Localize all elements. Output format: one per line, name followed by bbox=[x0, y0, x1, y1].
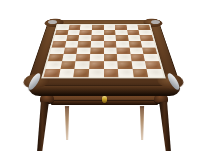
square-f4 bbox=[116, 47, 130, 54]
square-e3 bbox=[104, 54, 118, 61]
chrome-corner-accent-back-left bbox=[48, 20, 57, 24]
square-c4 bbox=[77, 47, 91, 54]
square-h1 bbox=[147, 69, 164, 77]
table-back-leg-left bbox=[64, 106, 70, 140]
square-h4 bbox=[142, 47, 157, 54]
square-c2 bbox=[75, 61, 90, 69]
square-d2 bbox=[89, 61, 103, 69]
square-c1 bbox=[73, 69, 89, 77]
front-right-leg bbox=[158, 102, 172, 151]
drawer-pull bbox=[102, 96, 107, 103]
square-b2 bbox=[60, 61, 76, 69]
square-d4 bbox=[90, 47, 103, 54]
front-left-leg bbox=[36, 102, 50, 151]
square-f3 bbox=[117, 54, 131, 61]
square-h3 bbox=[144, 54, 159, 61]
product-photo-background bbox=[0, 0, 208, 156]
square-e1 bbox=[104, 69, 119, 77]
square-d3 bbox=[90, 54, 104, 61]
tabletop bbox=[26, 20, 181, 86]
square-e4 bbox=[104, 47, 117, 54]
square-b1 bbox=[58, 69, 74, 77]
square-f2 bbox=[117, 61, 132, 69]
square-f1 bbox=[118, 69, 134, 77]
table-back-leg-right bbox=[139, 106, 145, 140]
chrome-corner-accent-back-right bbox=[151, 20, 160, 24]
square-b3 bbox=[62, 54, 77, 61]
square-d1 bbox=[88, 69, 103, 77]
chess-board bbox=[41, 24, 166, 78]
square-h2 bbox=[145, 61, 161, 69]
square-b4 bbox=[63, 47, 77, 54]
square-e2 bbox=[104, 61, 118, 69]
square-c3 bbox=[76, 54, 90, 61]
